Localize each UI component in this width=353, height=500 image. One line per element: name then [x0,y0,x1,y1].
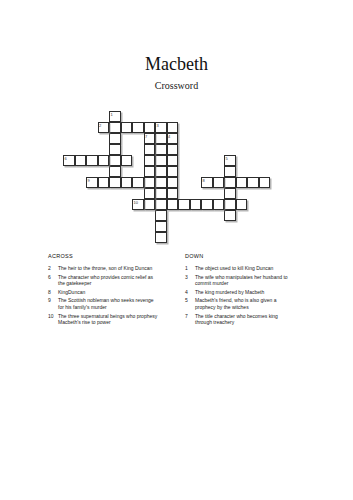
clue-item-text: The title character who becomes king thr… [192,313,295,326]
across-header: ACROSS [48,253,173,259]
grid-cell[interactable] [178,199,190,210]
grid-cell[interactable] [155,199,167,210]
clue-number-label: 3 [157,123,159,128]
clue-item: 2The heir to the throne, son of King Dun… [48,265,173,272]
grid-cell[interactable] [155,166,167,177]
grid-cell[interactable] [109,177,121,188]
grid-cell[interactable]: 10 [132,199,144,210]
grid-cell[interactable] [144,177,156,188]
clue-number-label: 5 [226,156,228,161]
grid-cell[interactable] [224,199,236,210]
grid-cell[interactable] [144,199,156,210]
grid-cell[interactable]: 8 [201,177,213,188]
clue-item-text: The king murdered by Macbeth [192,289,295,296]
grid-cell[interactable] [155,221,167,232]
grid-cell[interactable]: 3 [155,122,167,133]
clue-item-number: 1 [185,265,192,272]
grid-cell[interactable] [236,199,248,210]
grid-cell[interactable] [98,155,110,166]
grid-cell[interactable] [236,177,248,188]
grid-cell[interactable] [167,188,179,199]
grid-cell[interactable] [144,155,156,166]
clue-number-label: 7 [145,134,147,139]
crossword-grid: 12345678910 [63,111,283,246]
clues-across-section: ACROSS 2The heir to the throne, son of K… [48,253,173,328]
grid-cell[interactable] [201,199,213,210]
grid-cell[interactable] [155,188,167,199]
clue-item-text: The object used to kill King Duncan [192,265,295,272]
grid-cell[interactable] [167,144,179,155]
clue-item-number: 3 [185,274,192,287]
clues-down-section: DOWN 1The object used to kill King Dunca… [185,253,310,328]
grid-cell[interactable] [190,199,202,210]
clue-item-number: 9 [48,297,55,310]
clue-item-text: The heir to the throne, son of King Dunc… [55,265,158,272]
clue-item-text: The wife who manipulates her husband to … [192,274,295,287]
grid-cell[interactable] [144,144,156,155]
grid-cell[interactable] [109,122,121,133]
grid-cell[interactable] [121,122,133,133]
grid-cell[interactable]: 7 [144,133,156,144]
clue-number-label: 10 [134,200,138,205]
clue-item: 6The character who provides comic relief… [48,274,173,287]
clue-number-label: 2 [99,123,101,128]
grid-cell[interactable]: 9 [86,177,98,188]
grid-cell[interactable] [155,155,167,166]
grid-cell[interactable] [155,177,167,188]
clue-number-label: 1 [111,112,113,117]
grid-cell[interactable] [155,144,167,155]
clue-item-number: 10 [48,313,55,326]
grid-cell[interactable] [144,188,156,199]
grid-cell[interactable] [155,232,167,243]
grid-cell[interactable] [98,177,110,188]
clue-item: 4The king murdered by Macbeth [185,289,310,296]
down-header: DOWN [185,253,310,259]
grid-cell[interactable] [167,155,179,166]
clue-item: 1The object used to kill King Duncan [185,265,310,272]
down-clue-list: 1The object used to kill King Duncan3The… [185,265,310,326]
page-subtitle: Crossword [0,80,353,91]
clue-item: 8KingDuncan [48,289,173,296]
grid-cell[interactable] [121,155,133,166]
grid-cell[interactable] [167,122,179,133]
grid-cell[interactable] [86,155,98,166]
grid-cell[interactable]: 6 [63,155,75,166]
grid-cell[interactable]: 2 [98,122,110,133]
clue-number-label: 6 [65,156,67,161]
grid-cell[interactable] [109,133,121,144]
clue-item: 10The three supernatural beings who prop… [48,313,173,326]
grid-cell[interactable] [259,177,271,188]
grid-cell[interactable] [167,166,179,177]
grid-cell[interactable]: 4 [167,133,179,144]
grid-cell[interactable] [155,133,167,144]
grid-cell[interactable] [155,210,167,221]
clue-number-label: 4 [168,134,170,139]
grid-cell[interactable]: 5 [224,155,236,166]
clue-item-number: 2 [48,265,55,272]
grid-cell[interactable] [224,210,236,221]
clue-item-text: The Scottish nobleman who seeks revenge … [55,297,158,310]
grid-cell[interactable] [109,155,121,166]
clue-item: 7The title character who becomes king th… [185,313,310,326]
clue-item-text: KingDuncan [55,289,158,296]
clue-item-text: The three supernatural beings who prophe… [55,313,158,326]
across-clue-list: 2The heir to the throne, son of King Dun… [48,265,173,326]
grid-cell[interactable]: 1 [109,111,121,122]
grid-cell[interactable] [121,177,133,188]
grid-cell[interactable] [213,199,225,210]
clue-item-text: Macbeth's friend, who is also given a pr… [192,297,295,310]
clue-item-number: 6 [48,274,55,287]
grid-cell[interactable] [75,155,87,166]
grid-cell[interactable] [109,166,121,177]
grid-cell[interactable] [167,199,179,210]
clue-item-text: The character who provides comic relief … [55,274,158,287]
grid-cell[interactable] [144,166,156,177]
grid-cell[interactable] [167,177,179,188]
grid-cell[interactable] [224,188,236,199]
clue-item-number: 8 [48,289,55,296]
clue-item-number: 4 [185,289,192,296]
grid-cell[interactable] [247,177,259,188]
clue-item: 3The wife who manipulates her husband to… [185,274,310,287]
clue-item: 9The Scottish nobleman who seeks revenge… [48,297,173,310]
grid-cell[interactable] [109,144,121,155]
clue-item-number: 7 [185,313,192,326]
clue-number-label: 8 [203,178,205,183]
page-title: Macbeth [0,54,353,75]
grid-cell[interactable] [144,122,156,133]
grid-cell[interactable] [132,177,144,188]
grid-cell[interactable] [132,122,144,133]
clue-item: 5Macbeth's friend, who is also given a p… [185,297,310,310]
grid-cell[interactable] [224,177,236,188]
clue-number-label: 9 [88,178,90,183]
grid-cell[interactable] [224,166,236,177]
clue-item-number: 5 [185,297,192,310]
grid-cell[interactable] [213,177,225,188]
worksheet-page: Macbeth Crossword 12345678910 ACROSS 2Th… [0,0,353,500]
